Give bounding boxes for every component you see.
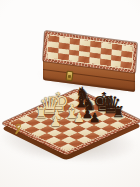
piece-white-rook[interactable]: ♜ xyxy=(35,106,48,121)
box-lid-cell xyxy=(110,60,121,67)
hook-stem xyxy=(15,128,21,135)
box-lid-cell xyxy=(79,56,90,63)
piece-black-rook[interactable]: ♜ xyxy=(111,105,124,120)
box-lid-cell xyxy=(68,55,79,62)
box-lid-cell xyxy=(121,62,132,69)
box-lid-cell xyxy=(47,52,58,59)
piece-black-pawn[interactable]: ♟ xyxy=(89,110,101,123)
piece-white-pawn[interactable]: ♟ xyxy=(50,115,62,128)
brass-clasp-icon[interactable] xyxy=(65,71,73,82)
box-lid-cell xyxy=(100,59,111,66)
box-lid-cell xyxy=(58,53,69,60)
piece-white-pawn[interactable]: ♟ xyxy=(73,111,85,124)
box-lid-cell xyxy=(89,58,100,65)
chess-set-photo: ♞♚♛♜♝♞♟♟♚♝♟♛♟♜♟ xyxy=(0,0,140,187)
